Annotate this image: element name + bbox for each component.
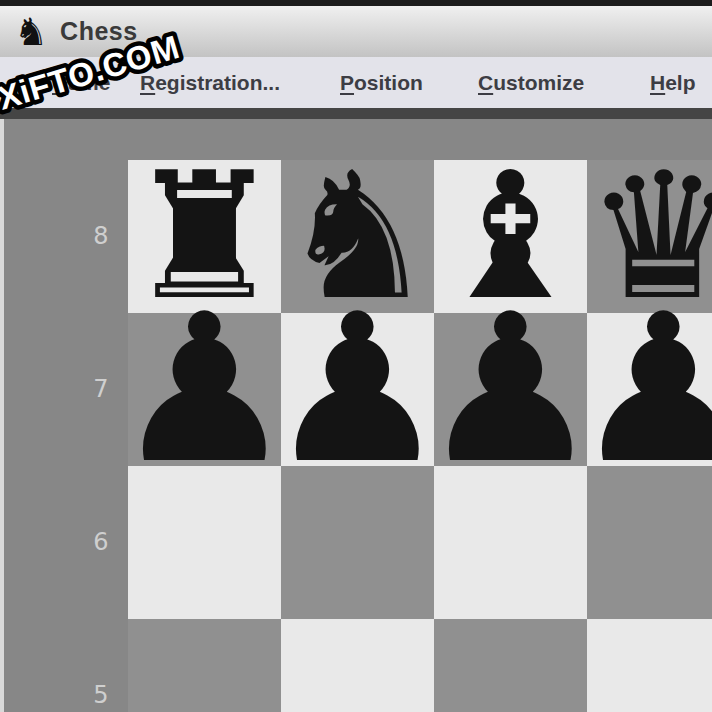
window-title: Chess	[60, 17, 138, 46]
menu-game-mnemonic: G	[52, 71, 68, 94]
menu-registration-rest: egistration...	[155, 71, 280, 94]
menu-item-game[interactable]: Game	[52, 71, 110, 95]
menu-registration-mnemonic: R	[140, 71, 155, 94]
menu-item-position[interactable]: Position	[340, 71, 423, 95]
square-c7[interactable]: ♟	[434, 313, 587, 466]
menu-help-rest: elp	[665, 71, 695, 94]
square-d7[interactable]: ♟	[587, 313, 712, 466]
square-c5[interactable]	[434, 619, 587, 712]
menu-item-customize[interactable]: Customize	[478, 71, 584, 95]
menu-help-mnemonic: H	[650, 71, 665, 94]
menu-item-registration[interactable]: Registration...	[140, 71, 280, 95]
square-b7[interactable]: ♟	[281, 313, 434, 466]
square-d5[interactable]	[587, 619, 712, 712]
menu-customize-mnemonic: C	[478, 71, 493, 94]
chess-app-window: ♞ Chess Game Registration... Position Cu…	[0, 0, 712, 712]
rank-label-7: 7	[86, 374, 116, 404]
window-left-edge	[0, 119, 4, 712]
menu-position-rest: osition	[354, 71, 423, 94]
square-a6[interactable]	[128, 466, 281, 619]
rank-label-5: 5	[86, 680, 116, 710]
app-chess-piece-icon[interactable]: ♞	[14, 13, 48, 51]
menu-position-mnemonic: P	[340, 71, 354, 94]
square-a5[interactable]	[128, 619, 281, 712]
title-bar: ♞ Chess	[0, 6, 712, 57]
square-a7[interactable]: ♟	[128, 313, 281, 466]
square-b5[interactable]	[281, 619, 434, 712]
square-c6[interactable]	[434, 466, 587, 619]
menu-board-separator	[0, 108, 712, 119]
square-d6[interactable]	[587, 466, 712, 619]
chess-board: ♜♞♝♛♟♟♟♟	[128, 160, 712, 712]
board-area: 8 7 6 5 ♜♞♝♛♟♟♟♟	[0, 119, 712, 712]
menu-customize-rest: ustomize	[493, 71, 584, 94]
rank-label-8: 8	[86, 221, 116, 251]
rank-label-6: 6	[86, 527, 116, 557]
black-pawn-piece[interactable]: ♟	[572, 287, 712, 492]
square-b6[interactable]	[281, 466, 434, 619]
menu-bar: Game Registration... Position Customize …	[0, 57, 712, 110]
menu-item-help[interactable]: Help	[650, 71, 696, 95]
menu-game-rest: ame	[68, 71, 110, 94]
